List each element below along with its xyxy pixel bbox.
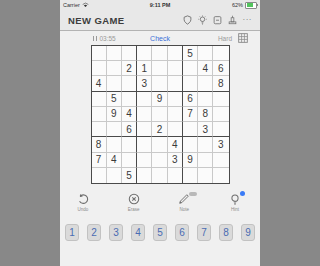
lightbulb-icon[interactable] (198, 15, 207, 25)
cell-r1c1[interactable] (92, 46, 107, 61)
cell-r6c9[interactable] (213, 122, 228, 137)
hint-bulb-icon (229, 192, 241, 205)
cell-r8c2[interactable]: 4 (107, 153, 122, 168)
cell-r6c7[interactable] (183, 122, 198, 137)
cell-r7c3[interactable] (122, 137, 137, 152)
cell-r2c3[interactable]: 2 (122, 61, 137, 76)
status-bar: Carrier 9:11 PM 62% (60, 0, 260, 10)
cell-r3c3[interactable] (122, 76, 137, 91)
pause-icon (93, 36, 97, 41)
numkey-7[interactable]: 7 (197, 224, 211, 241)
erase-icon (128, 192, 140, 205)
cell-r9c3[interactable]: 5 (122, 168, 137, 183)
nav-bar: NEW GAME (60, 10, 260, 31)
cell-r5c2[interactable]: 9 (107, 107, 122, 122)
pause-timer-button[interactable]: 03:55 (93, 35, 116, 42)
hint-count-badge (240, 191, 245, 196)
note-button[interactable]: Note (169, 192, 199, 212)
numkey-4[interactable]: 4 (131, 224, 145, 241)
cell-r1c4[interactable] (137, 46, 152, 61)
cell-r8c8[interactable] (198, 153, 213, 168)
cell-r1c5[interactable] (152, 46, 167, 61)
cell-r4c6[interactable] (168, 92, 183, 107)
cell-r8c6[interactable]: 3 (168, 153, 183, 168)
cell-r2c6[interactable] (168, 61, 183, 76)
cell-r5c1[interactable] (92, 107, 107, 122)
box-minus-icon[interactable] (213, 15, 222, 25)
note-label: Note (180, 207, 190, 212)
cell-r3c6[interactable] (168, 76, 183, 91)
more-menu-icon[interactable]: ··· (243, 17, 253, 23)
battery-icon (245, 2, 257, 9)
cell-r5c5[interactable] (152, 107, 167, 122)
undo-button[interactable]: Undo (68, 192, 98, 212)
erase-button[interactable]: Erase (119, 192, 149, 212)
numkey-3[interactable]: 3 (109, 224, 123, 241)
cell-r1c3[interactable] (122, 46, 137, 61)
battery-percent-label: 62% (232, 2, 243, 8)
cell-r1c8[interactable] (198, 46, 213, 61)
wifi-icon (82, 2, 89, 8)
cell-r4c9[interactable] (213, 92, 228, 107)
cell-r2c1[interactable] (92, 61, 107, 76)
cell-r8c9[interactable] (213, 153, 228, 168)
cell-r8c3[interactable] (122, 153, 137, 168)
cell-r9c2[interactable] (107, 168, 122, 183)
cell-r3c9[interactable]: 8 (213, 76, 228, 91)
cell-r6c8[interactable]: 3 (198, 122, 213, 137)
cell-r7c2[interactable] (107, 137, 122, 152)
cell-r9c7[interactable] (183, 168, 198, 183)
timer-label: 03:55 (99, 35, 115, 42)
cell-r7c5[interactable] (152, 137, 167, 152)
hint-label: Hint (231, 207, 239, 212)
cell-r9c8[interactable] (198, 168, 213, 183)
cell-r6c3[interactable]: 6 (122, 122, 137, 137)
cell-r3c8[interactable] (198, 76, 213, 91)
app-screen: Carrier 9:11 PM 62% NEW GAME (60, 0, 260, 266)
cell-r2c2[interactable] (107, 61, 122, 76)
cell-r7c9[interactable]: 3 (213, 137, 228, 152)
cell-r3c7[interactable] (183, 76, 198, 91)
cell-r5c3[interactable]: 4 (122, 107, 137, 122)
numkey-2[interactable]: 2 (87, 224, 101, 241)
cell-r6c5[interactable]: 2 (152, 122, 167, 137)
cell-r5c9[interactable] (213, 107, 228, 122)
cell-r2c5[interactable] (152, 61, 167, 76)
cell-r6c4[interactable] (137, 122, 152, 137)
hint-button[interactable]: Hint (220, 192, 250, 212)
game-toolbar: 03:55 Check Hard (60, 31, 260, 45)
cell-r4c8[interactable] (198, 92, 213, 107)
cell-r5c8[interactable]: 8 (198, 107, 213, 122)
grid-layout-icon[interactable] (238, 29, 248, 47)
cell-r9c5[interactable] (152, 168, 167, 183)
cell-r8c7[interactable]: 9 (183, 153, 198, 168)
cell-r3c4[interactable]: 3 (137, 76, 152, 91)
note-toggle-badge (189, 192, 197, 196)
difficulty-label: Hard (218, 35, 232, 42)
cell-r7c8[interactable] (198, 137, 213, 152)
cell-r7c4[interactable] (137, 137, 152, 152)
cell-r2c7[interactable] (183, 61, 198, 76)
leaderboard-icon[interactable] (228, 15, 237, 25)
cell-r1c9[interactable] (213, 46, 228, 61)
clock-label: 9:11 PM (150, 2, 170, 8)
cell-r4c1[interactable] (92, 92, 107, 107)
cell-r1c6[interactable] (168, 46, 183, 61)
cell-r6c1[interactable] (92, 122, 107, 137)
page-title: NEW GAME (68, 15, 125, 26)
cell-r1c2[interactable] (107, 46, 122, 61)
cell-r7c6[interactable]: 4 (168, 137, 183, 152)
cell-r3c5[interactable] (152, 76, 167, 91)
cell-r7c1[interactable]: 8 (92, 137, 107, 152)
cell-r8c4[interactable] (137, 153, 152, 168)
cell-r8c1[interactable]: 7 (92, 153, 107, 168)
shield-icon[interactable] (183, 15, 192, 25)
cell-r5c4[interactable] (137, 107, 152, 122)
sudoku-board: 52146438596947862384374395 (91, 45, 230, 184)
cell-r8c5[interactable] (152, 153, 167, 168)
pencil-note-icon (178, 192, 190, 205)
cell-r5c7[interactable]: 7 (183, 107, 198, 122)
action-bar: Undo Erase Note (60, 192, 260, 212)
numkey-6[interactable]: 6 (175, 224, 189, 241)
numkey-1[interactable]: 1 (65, 224, 79, 241)
cell-r4c2[interactable]: 5 (107, 92, 122, 107)
cell-r3c1[interactable]: 4 (92, 76, 107, 91)
check-button[interactable]: Check (150, 35, 170, 42)
erase-label: Erase (128, 207, 140, 212)
numkey-5[interactable]: 5 (153, 224, 167, 241)
number-pad: 123456789 (60, 224, 260, 241)
cell-r9c9[interactable] (213, 168, 228, 183)
cell-r4c4[interactable] (137, 92, 152, 107)
undo-icon (77, 192, 89, 205)
cell-r4c5[interactable]: 9 (152, 92, 167, 107)
cell-r3c2[interactable] (107, 76, 122, 91)
cell-r2c4[interactable]: 1 (137, 61, 152, 76)
undo-label: Undo (78, 207, 89, 212)
cell-r9c6[interactable] (168, 168, 183, 183)
cell-r9c4[interactable] (137, 168, 152, 183)
cell-r1c7[interactable]: 5 (183, 46, 198, 61)
cell-r6c2[interactable] (107, 122, 122, 137)
numkey-9[interactable]: 9 (241, 224, 255, 241)
cell-r2c8[interactable]: 4 (198, 61, 213, 76)
cell-r7c7[interactable] (183, 137, 198, 152)
numkey-8[interactable]: 8 (219, 224, 233, 241)
cell-r5c6[interactable] (168, 107, 183, 122)
cell-r6c6[interactable] (168, 122, 183, 137)
cell-r2c9[interactable]: 6 (213, 61, 228, 76)
cell-r4c7[interactable]: 6 (183, 92, 198, 107)
cell-r9c1[interactable] (92, 168, 107, 183)
carrier-label: Carrier (63, 2, 80, 8)
cell-r4c3[interactable] (122, 92, 137, 107)
